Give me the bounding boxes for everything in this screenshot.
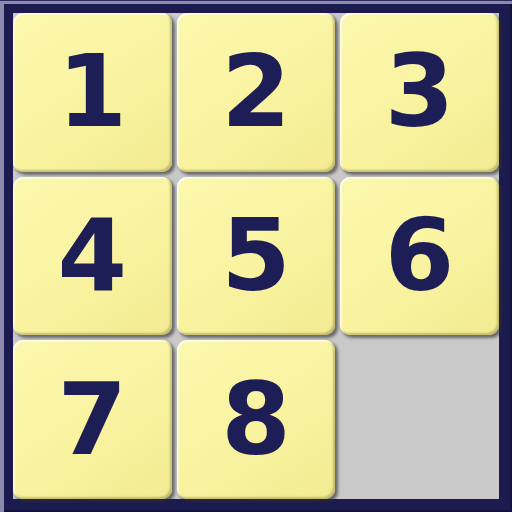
tile-1[interactable]: 1 — [13, 13, 172, 172]
tile-6[interactable]: 6 — [340, 177, 499, 336]
tile-4[interactable]: 4 — [13, 177, 172, 336]
tile-3-label: 3 — [385, 42, 455, 142]
tile-8[interactable]: 8 — [177, 340, 336, 499]
tile-5[interactable]: 5 — [177, 177, 336, 336]
tile-2[interactable]: 2 — [177, 13, 336, 172]
tile-6-label: 6 — [385, 206, 455, 306]
puzzle-frame: 1 2 3 4 5 6 7 8 — [0, 0, 512, 512]
tile-7[interactable]: 7 — [13, 340, 172, 499]
tile-5-label: 5 — [221, 206, 291, 306]
puzzle-board: 1 2 3 4 5 6 7 8 — [13, 13, 499, 499]
tile-1-label: 1 — [58, 42, 128, 142]
tile-4-label: 4 — [58, 206, 128, 306]
tile-3[interactable]: 3 — [340, 13, 499, 172]
empty-cell — [340, 340, 499, 499]
tile-7-label: 7 — [58, 370, 128, 470]
tile-8-label: 8 — [221, 370, 291, 470]
tile-2-label: 2 — [221, 42, 291, 142]
